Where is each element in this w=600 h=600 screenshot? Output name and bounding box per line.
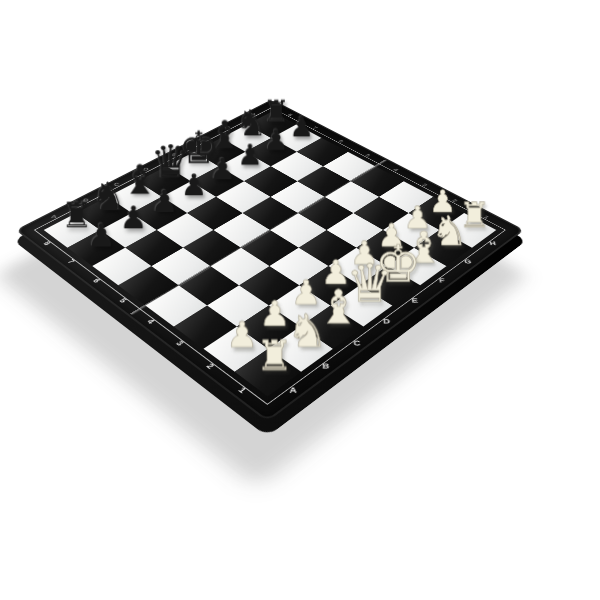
file-label-a: A xyxy=(285,386,302,395)
rank-label-far-3: 3 xyxy=(416,180,432,189)
file-label-far-f: F xyxy=(195,139,208,144)
square-e8: ♚ xyxy=(167,152,219,181)
rank-label-4: 4 xyxy=(142,315,161,328)
square-h5 xyxy=(323,152,375,181)
square-e4 xyxy=(270,213,327,248)
square-b8: ♞ xyxy=(76,197,131,230)
coordinate-labels: AA88BB77CC66DD55EE44FF33GG22HH11 xyxy=(15,99,271,230)
file-label-far-e: E xyxy=(167,153,180,158)
white-pawn: ♟ xyxy=(423,186,462,216)
file-label-far-c: C xyxy=(109,182,123,187)
black-rook: ♜ xyxy=(259,97,294,128)
file-label-e: E xyxy=(407,297,423,304)
square-d7: ♟ xyxy=(162,181,216,213)
file-label-h: H xyxy=(485,240,501,246)
square-f4 xyxy=(298,197,353,230)
rank-label-far-6: 6 xyxy=(333,137,348,145)
black-pawn: ♟ xyxy=(114,202,154,233)
rank-label-1: 1 xyxy=(232,383,252,398)
black-pawn: ♟ xyxy=(204,155,242,184)
square-d6 xyxy=(187,197,242,230)
file-label-d: D xyxy=(378,317,394,325)
black-knight: ♞ xyxy=(89,177,128,216)
square-h1: ♜ xyxy=(440,213,497,248)
white-pawn: ♟ xyxy=(371,219,412,251)
square-f5 xyxy=(270,181,324,213)
white-rook: ♜ xyxy=(454,198,494,233)
rank-label-far-5: 5 xyxy=(360,151,376,160)
square-f6 xyxy=(244,166,297,197)
white-pawn: ♟ xyxy=(398,202,438,233)
black-pawn: ♟ xyxy=(145,186,184,216)
rank-label-8: 8 xyxy=(39,238,56,249)
rank-label-far-7: 7 xyxy=(307,124,322,132)
chess-board: ♜♞♝♛♚♝♞♜♟♟♟♟♟♟♟♟♟♟♟♟♟♟♟♟♜♞♝♛♚♝♞♜ AA88BB7… xyxy=(15,99,524,422)
rank-label-2: 2 xyxy=(201,359,221,373)
square-c8: ♝ xyxy=(108,181,162,213)
product-photo-stage: ♜♞♝♛♚♝♞♜♟♟♟♟♟♟♟♟♟♟♟♟♟♟♟♟♜♞♝♛♚♝♞♜ AA88BB7… xyxy=(0,0,600,600)
square-f3 xyxy=(327,213,384,248)
square-g3 xyxy=(353,197,408,230)
square-h4 xyxy=(351,166,404,197)
square-f8: ♝ xyxy=(194,138,245,166)
square-g8: ♞ xyxy=(221,125,271,152)
board-wrapper: ♜♞♝♛♚♝♞♜♟♟♟♟♟♟♟♟♟♟♟♟♟♟♟♟♜♞♝♛♚♝♞♜ AA88BB7… xyxy=(90,50,450,410)
square-e6 xyxy=(216,181,270,213)
square-h6 xyxy=(297,138,348,166)
square-e7: ♟ xyxy=(191,166,244,197)
file-label-far-d: D xyxy=(139,167,153,172)
square-g2: ♟ xyxy=(383,213,440,248)
square-f7: ♟ xyxy=(219,152,271,181)
black-king: ♚ xyxy=(179,125,216,169)
black-pawn: ♟ xyxy=(231,141,268,170)
square-d8: ♛ xyxy=(138,166,191,197)
rank-label-far-4: 4 xyxy=(387,166,403,175)
square-e5 xyxy=(243,197,298,230)
file-label-far-a: A xyxy=(46,214,61,220)
file-label-far-b: B xyxy=(78,198,93,204)
perspective-scene: ♜♞♝♛♚♝♞♜♟♟♟♟♟♟♟♟♟♟♟♟♟♟♟♟♜♞♝♛♚♝♞♜ AA88BB7… xyxy=(0,0,600,600)
square-h8: ♜ xyxy=(247,112,296,138)
square-c7: ♟ xyxy=(132,197,187,230)
black-knight: ♞ xyxy=(233,105,269,141)
black-bishop: ♝ xyxy=(207,117,243,155)
square-g5 xyxy=(297,166,350,197)
black-pawn: ♟ xyxy=(258,127,294,155)
black-pawn: ♟ xyxy=(175,170,214,200)
file-label-far-h: H xyxy=(247,112,259,117)
black-rook: ♜ xyxy=(57,198,97,233)
file-label-b: B xyxy=(317,362,334,370)
rank-label-far-2: 2 xyxy=(446,196,463,206)
file-label-f: F xyxy=(434,277,450,284)
square-h7: ♟ xyxy=(271,125,321,152)
square-g7: ♟ xyxy=(246,138,297,166)
square-g4 xyxy=(325,181,379,213)
square-h2: ♟ xyxy=(409,197,464,230)
square-h3 xyxy=(379,181,433,213)
file-label-c: C xyxy=(349,339,366,347)
black-pawn: ♟ xyxy=(284,113,320,141)
rank-label-far-8: 8 xyxy=(283,111,298,119)
rank-label-6: 6 xyxy=(88,275,106,287)
black-queen: ♛ xyxy=(150,139,188,184)
rank-label-7: 7 xyxy=(63,256,80,267)
rank-label-3: 3 xyxy=(170,336,189,349)
file-label-far-g: G xyxy=(221,125,234,130)
file-label-g: G xyxy=(460,258,476,265)
rank-label-5: 5 xyxy=(114,294,132,306)
square-g6 xyxy=(271,152,323,181)
black-bishop: ♝ xyxy=(120,160,159,200)
